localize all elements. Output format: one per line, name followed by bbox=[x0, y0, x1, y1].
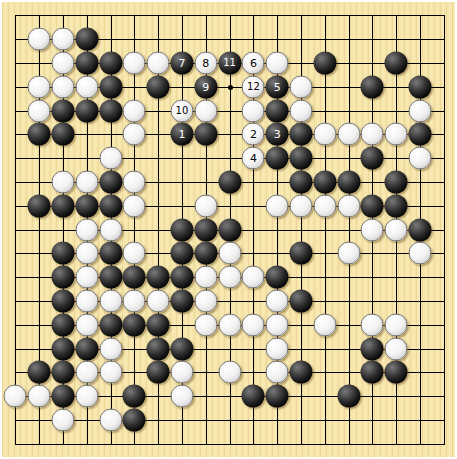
white-stone[interactable] bbox=[99, 290, 122, 313]
black-stone[interactable] bbox=[75, 337, 98, 360]
white-stone[interactable] bbox=[337, 242, 360, 265]
black-stone[interactable] bbox=[75, 28, 98, 51]
white-stone[interactable] bbox=[123, 123, 146, 146]
black-stone[interactable] bbox=[123, 266, 146, 289]
black-stone[interactable] bbox=[409, 75, 432, 98]
black-stone[interactable] bbox=[147, 361, 170, 384]
black-stone[interactable]: 5 bbox=[266, 75, 289, 98]
white-stone[interactable] bbox=[75, 170, 98, 193]
black-stone[interactable] bbox=[99, 75, 122, 98]
move-number-label: 3 bbox=[274, 129, 281, 140]
white-stone[interactable] bbox=[75, 75, 98, 98]
white-stone[interactable] bbox=[385, 218, 408, 241]
black-stone[interactable]: 1 bbox=[170, 123, 193, 146]
black-stone[interactable] bbox=[170, 337, 193, 360]
black-stone[interactable] bbox=[290, 147, 313, 170]
white-stone[interactable] bbox=[385, 123, 408, 146]
black-stone[interactable] bbox=[242, 385, 265, 408]
black-stone[interactable] bbox=[123, 313, 146, 336]
white-stone[interactable] bbox=[409, 99, 432, 122]
black-stone[interactable] bbox=[147, 75, 170, 98]
black-stone[interactable] bbox=[409, 218, 432, 241]
grid-line-vertical bbox=[444, 15, 445, 445]
black-stone[interactable] bbox=[266, 99, 289, 122]
black-stone[interactable] bbox=[99, 313, 122, 336]
white-stone[interactable] bbox=[170, 385, 193, 408]
black-stone[interactable]: 7 bbox=[170, 51, 193, 74]
white-stone[interactable] bbox=[361, 123, 384, 146]
black-stone[interactable] bbox=[170, 218, 193, 241]
white-stone[interactable] bbox=[266, 337, 289, 360]
white-stone[interactable] bbox=[242, 313, 265, 336]
move-number-label: 11 bbox=[223, 58, 236, 68]
black-stone[interactable] bbox=[51, 123, 74, 146]
black-stone[interactable] bbox=[123, 385, 146, 408]
white-stone[interactable] bbox=[51, 51, 74, 74]
black-stone[interactable] bbox=[170, 242, 193, 265]
black-stone[interactable] bbox=[361, 361, 384, 384]
white-stone[interactable] bbox=[194, 194, 217, 217]
black-stone[interactable] bbox=[385, 170, 408, 193]
black-stone[interactable]: 11 bbox=[218, 51, 241, 74]
black-stone[interactable] bbox=[75, 51, 98, 74]
white-stone[interactable] bbox=[290, 75, 313, 98]
move-number-label: 12 bbox=[247, 82, 260, 92]
white-stone[interactable] bbox=[266, 290, 289, 313]
white-stone[interactable] bbox=[99, 337, 122, 360]
black-stone[interactable] bbox=[290, 290, 313, 313]
white-stone[interactable] bbox=[147, 290, 170, 313]
move-number-label: 2 bbox=[250, 129, 257, 140]
black-stone[interactable] bbox=[28, 194, 51, 217]
black-stone[interactable] bbox=[147, 266, 170, 289]
white-stone[interactable] bbox=[28, 99, 51, 122]
white-stone[interactable] bbox=[218, 313, 241, 336]
black-stone[interactable] bbox=[313, 51, 336, 74]
white-stone[interactable] bbox=[99, 147, 122, 170]
white-stone[interactable] bbox=[51, 28, 74, 51]
black-stone[interactable] bbox=[337, 170, 360, 193]
black-stone[interactable] bbox=[51, 266, 74, 289]
white-stone[interactable] bbox=[385, 337, 408, 360]
white-stone[interactable] bbox=[51, 170, 74, 193]
black-stone[interactable] bbox=[361, 194, 384, 217]
white-stone[interactable] bbox=[75, 385, 98, 408]
black-stone[interactable]: 3 bbox=[266, 123, 289, 146]
black-stone[interactable] bbox=[123, 409, 146, 432]
black-stone[interactable] bbox=[290, 242, 313, 265]
white-stone[interactable] bbox=[337, 123, 360, 146]
white-stone[interactable] bbox=[290, 194, 313, 217]
white-stone[interactable] bbox=[123, 170, 146, 193]
black-stone[interactable] bbox=[361, 75, 384, 98]
white-stone[interactable] bbox=[266, 194, 289, 217]
black-stone[interactable] bbox=[28, 123, 51, 146]
black-stone[interactable] bbox=[75, 99, 98, 122]
white-stone[interactable] bbox=[218, 242, 241, 265]
white-stone[interactable]: 6 bbox=[242, 51, 265, 74]
black-stone[interactable] bbox=[147, 337, 170, 360]
black-stone[interactable] bbox=[385, 361, 408, 384]
white-stone[interactable]: 2 bbox=[242, 123, 265, 146]
white-stone[interactable] bbox=[290, 99, 313, 122]
black-stone[interactable] bbox=[147, 313, 170, 336]
black-stone[interactable] bbox=[337, 385, 360, 408]
black-stone[interactable] bbox=[313, 170, 336, 193]
move-number-label: 8 bbox=[202, 57, 209, 68]
black-stone[interactable] bbox=[194, 242, 217, 265]
black-stone[interactable] bbox=[51, 194, 74, 217]
white-stone[interactable]: 4 bbox=[242, 147, 265, 170]
black-stone[interactable] bbox=[51, 290, 74, 313]
grid-line-horizontal bbox=[15, 420, 445, 421]
black-stone[interactable] bbox=[99, 194, 122, 217]
black-stone[interactable] bbox=[290, 170, 313, 193]
white-stone[interactable] bbox=[99, 218, 122, 241]
white-stone[interactable] bbox=[242, 99, 265, 122]
white-stone[interactable] bbox=[361, 218, 384, 241]
black-stone[interactable] bbox=[385, 51, 408, 74]
black-stone[interactable] bbox=[51, 313, 74, 336]
black-stone[interactable] bbox=[28, 361, 51, 384]
white-stone[interactable] bbox=[266, 51, 289, 74]
go-board[interactable]: 781169125101234 bbox=[2, 2, 455, 457]
white-stone[interactable] bbox=[75, 218, 98, 241]
white-stone[interactable] bbox=[75, 242, 98, 265]
black-stone[interactable] bbox=[75, 194, 98, 217]
white-stone[interactable] bbox=[123, 99, 146, 122]
grid-line-horizontal bbox=[15, 444, 445, 445]
white-stone[interactable] bbox=[123, 242, 146, 265]
black-stone[interactable] bbox=[218, 218, 241, 241]
move-number-label: 5 bbox=[274, 81, 281, 92]
white-stone[interactable]: 10 bbox=[170, 99, 193, 122]
hoshi-point bbox=[228, 85, 233, 90]
white-stone[interactable]: 12 bbox=[242, 75, 265, 98]
black-stone[interactable] bbox=[51, 385, 74, 408]
move-number-label: 1 bbox=[178, 129, 185, 140]
white-stone[interactable] bbox=[28, 75, 51, 98]
black-stone[interactable] bbox=[99, 170, 122, 193]
black-stone[interactable] bbox=[99, 51, 122, 74]
black-stone[interactable] bbox=[99, 99, 122, 122]
white-stone[interactable] bbox=[337, 194, 360, 217]
white-stone[interactable] bbox=[313, 194, 336, 217]
black-stone[interactable] bbox=[361, 147, 384, 170]
white-stone[interactable] bbox=[218, 361, 241, 384]
white-stone[interactable] bbox=[194, 266, 217, 289]
black-stone[interactable] bbox=[361, 337, 384, 360]
white-stone[interactable] bbox=[75, 361, 98, 384]
white-stone[interactable] bbox=[170, 361, 193, 384]
white-stone[interactable] bbox=[266, 361, 289, 384]
white-stone[interactable] bbox=[123, 51, 146, 74]
white-stone[interactable] bbox=[75, 313, 98, 336]
white-stone[interactable] bbox=[4, 385, 27, 408]
black-stone[interactable] bbox=[385, 194, 408, 217]
white-stone[interactable] bbox=[313, 313, 336, 336]
white-stone[interactable] bbox=[123, 194, 146, 217]
white-stone[interactable] bbox=[28, 385, 51, 408]
white-stone[interactable] bbox=[409, 242, 432, 265]
black-stone[interactable] bbox=[170, 266, 193, 289]
white-stone[interactable] bbox=[218, 266, 241, 289]
grid-line-vertical bbox=[325, 15, 326, 445]
black-stone[interactable] bbox=[51, 99, 74, 122]
white-stone[interactable] bbox=[99, 361, 122, 384]
black-stone[interactable]: 9 bbox=[194, 75, 217, 98]
black-stone[interactable] bbox=[266, 147, 289, 170]
white-stone[interactable] bbox=[51, 409, 74, 432]
black-stone[interactable] bbox=[51, 361, 74, 384]
white-stone[interactable] bbox=[147, 51, 170, 74]
black-stone[interactable] bbox=[266, 385, 289, 408]
white-stone[interactable] bbox=[385, 313, 408, 336]
white-stone[interactable] bbox=[194, 290, 217, 313]
white-stone[interactable] bbox=[123, 290, 146, 313]
black-stone[interactable] bbox=[218, 170, 241, 193]
white-stone[interactable] bbox=[28, 28, 51, 51]
move-number-label: 7 bbox=[178, 57, 185, 68]
white-stone[interactable] bbox=[75, 266, 98, 289]
black-stone[interactable] bbox=[170, 290, 193, 313]
white-stone[interactable] bbox=[242, 266, 265, 289]
white-stone[interactable] bbox=[194, 99, 217, 122]
move-number-label: 6 bbox=[250, 57, 257, 68]
black-stone[interactable] bbox=[266, 266, 289, 289]
move-number-label: 10 bbox=[176, 106, 189, 116]
black-stone[interactable] bbox=[99, 266, 122, 289]
white-stone[interactable] bbox=[51, 75, 74, 98]
white-stone[interactable] bbox=[409, 147, 432, 170]
white-stone[interactable]: 8 bbox=[194, 51, 217, 74]
move-number-label: 9 bbox=[202, 81, 209, 92]
white-stone[interactable] bbox=[361, 313, 384, 336]
white-stone[interactable] bbox=[75, 290, 98, 313]
black-stone[interactable] bbox=[290, 123, 313, 146]
white-stone[interactable] bbox=[313, 123, 336, 146]
black-stone[interactable] bbox=[194, 123, 217, 146]
white-stone[interactable] bbox=[99, 409, 122, 432]
black-stone[interactable] bbox=[51, 337, 74, 360]
grid-line-vertical bbox=[349, 15, 350, 445]
white-stone[interactable] bbox=[266, 313, 289, 336]
black-stone[interactable] bbox=[409, 123, 432, 146]
black-stone[interactable] bbox=[194, 218, 217, 241]
black-stone[interactable] bbox=[99, 242, 122, 265]
white-stone[interactable] bbox=[194, 313, 217, 336]
black-stone[interactable] bbox=[290, 361, 313, 384]
black-stone[interactable] bbox=[51, 242, 74, 265]
move-number-label: 4 bbox=[250, 153, 257, 164]
